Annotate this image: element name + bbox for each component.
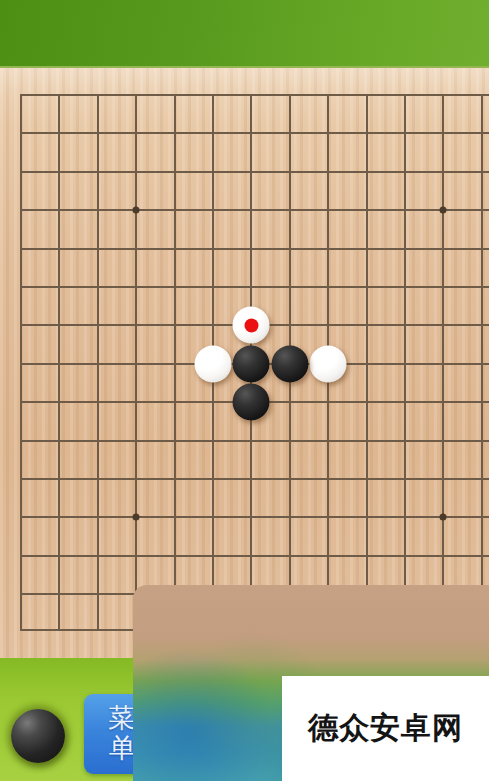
board-cell[interactable] [366,363,404,401]
white-stone: ○ [195,345,232,382]
board-cell[interactable] [97,555,135,593]
board-cell[interactable] [58,286,96,324]
black-stone: ● [271,345,308,382]
board-cell[interactable] [481,363,489,401]
board-cell[interactable] [250,516,288,554]
board-cell[interactable] [404,132,442,170]
board-cell[interactable] [97,516,135,554]
board-cell[interactable] [135,478,173,516]
board-cell[interactable] [404,209,442,247]
board-cell[interactable] [58,171,96,209]
board-cell[interactable] [97,324,135,362]
title-bar [0,0,489,68]
board-cell[interactable] [174,209,212,247]
board-cell[interactable] [289,209,327,247]
board-cell[interactable] [442,286,480,324]
board-cell[interactable] [366,132,404,170]
board-cell[interactable] [174,516,212,554]
watermark-box: 德众安卓网 [282,676,489,781]
board-cell[interactable] [289,171,327,209]
board-cell[interactable] [404,478,442,516]
board-cell[interactable] [135,286,173,324]
board-cell[interactable] [289,132,327,170]
board-cell[interactable] [481,478,489,516]
star-point [440,514,447,521]
board-cell[interactable] [135,324,173,362]
board-cell[interactable] [135,132,173,170]
board-cell[interactable] [442,248,480,286]
star-point [440,207,447,214]
board-cell[interactable] [212,209,250,247]
board-cell[interactable] [442,171,480,209]
board-cell[interactable] [250,248,288,286]
board-cell[interactable] [20,132,58,170]
board-cell[interactable] [135,171,173,209]
board-cell[interactable] [366,171,404,209]
board-cell[interactable] [174,248,212,286]
board-cell[interactable] [58,555,96,593]
board-cell[interactable] [174,401,212,439]
board-cell[interactable] [404,440,442,478]
board-cell[interactable] [250,478,288,516]
board-cell[interactable] [20,209,58,247]
board-cell[interactable] [327,132,365,170]
board-cell[interactable] [20,363,58,401]
board-cell[interactable] [404,324,442,362]
white-stone: ○ [233,307,270,344]
board-cell[interactable] [174,171,212,209]
app-screen: ○○○●●● 菜单 德众安卓网 [0,0,489,781]
board-cell[interactable] [20,401,58,439]
board-cell[interactable] [58,324,96,362]
board-cell[interactable] [135,516,173,554]
board-cell[interactable] [20,94,58,132]
black-stone: ● [233,384,270,421]
board-cell[interactable] [481,132,489,170]
board-cell[interactable] [442,324,480,362]
board-cell[interactable] [58,94,96,132]
board-cell[interactable] [174,286,212,324]
star-point [133,514,140,521]
board-cell[interactable] [20,440,58,478]
board-cell[interactable] [58,209,96,247]
board-cell[interactable] [404,94,442,132]
board-cell[interactable] [404,401,442,439]
watermark-text: 德众安卓网 [308,708,463,749]
board-cell[interactable] [327,516,365,554]
board-cell[interactable] [481,440,489,478]
board-cell[interactable] [442,440,480,478]
board-cell[interactable] [327,171,365,209]
board-cell[interactable] [327,401,365,439]
board-cell[interactable] [327,94,365,132]
board-cell[interactable] [58,593,96,631]
board-cell[interactable] [20,324,58,362]
board-cell[interactable] [366,209,404,247]
board-cell[interactable] [481,171,489,209]
board-cell[interactable] [366,478,404,516]
board-cell[interactable] [97,593,135,631]
board-cell[interactable] [212,94,250,132]
board-cell[interactable] [289,94,327,132]
board-cell[interactable] [212,440,250,478]
board-cell[interactable] [442,132,480,170]
board-cell[interactable] [481,516,489,554]
board-cell[interactable] [404,171,442,209]
board-cell[interactable] [481,94,489,132]
board-cell[interactable] [20,555,58,593]
board-cell[interactable] [481,286,489,324]
board-cell[interactable] [366,248,404,286]
board-cell[interactable] [212,132,250,170]
board-cell[interactable] [250,94,288,132]
board-cell[interactable] [289,440,327,478]
board-cell[interactable] [174,478,212,516]
board-cell[interactable] [366,324,404,362]
board-cell[interactable] [20,171,58,209]
board-cell[interactable] [250,440,288,478]
board-cell[interactable] [97,94,135,132]
board-cell[interactable] [289,401,327,439]
board-cell[interactable] [289,478,327,516]
board-cell[interactable] [289,248,327,286]
board-cell[interactable] [327,440,365,478]
board-cell[interactable] [135,401,173,439]
board-cell[interactable] [58,363,96,401]
board-cell[interactable] [97,440,135,478]
board-cell[interactable] [20,248,58,286]
board-cell[interactable] [97,286,135,324]
board-cell[interactable] [481,248,489,286]
board-cell[interactable] [481,209,489,247]
board-cell[interactable] [20,593,58,631]
board-cell[interactable] [404,286,442,324]
star-point [133,207,140,214]
board-cell[interactable] [135,363,173,401]
board-cell[interactable] [58,440,96,478]
board-cell[interactable] [212,516,250,554]
board-cell[interactable] [404,516,442,554]
board-cell[interactable] [58,401,96,439]
board-cell[interactable] [327,286,365,324]
board-cell[interactable] [289,286,327,324]
board-cell[interactable] [250,209,288,247]
board-cell[interactable] [174,132,212,170]
board-cell[interactable] [135,440,173,478]
board-cell[interactable] [481,401,489,439]
board-cell[interactable] [442,94,480,132]
board-cell[interactable] [135,209,173,247]
board-cell[interactable] [442,478,480,516]
board-cell[interactable] [327,478,365,516]
board-cell[interactable] [289,516,327,554]
board-cell[interactable] [58,516,96,554]
board-cell[interactable] [404,363,442,401]
board-cell[interactable] [58,248,96,286]
board-cell[interactable] [97,209,135,247]
board-cell[interactable] [97,171,135,209]
board-cell[interactable] [20,516,58,554]
board-cell[interactable] [250,171,288,209]
board-cell[interactable] [97,248,135,286]
board-cell[interactable] [442,209,480,247]
board-cell[interactable] [327,209,365,247]
board-cell[interactable] [404,248,442,286]
board-cell[interactable] [135,248,173,286]
board-cell[interactable] [212,248,250,286]
board-cell[interactable] [97,132,135,170]
goban[interactable]: ○○○●●● [0,68,489,660]
board-cell[interactable] [20,478,58,516]
current-player-stone [11,709,65,763]
board-cell[interactable] [250,132,288,170]
board-cell[interactable] [135,94,173,132]
board-cell[interactable] [174,440,212,478]
board-cell[interactable] [327,248,365,286]
board-cell[interactable] [212,478,250,516]
board-cell[interactable] [442,363,480,401]
board-cell[interactable] [366,516,404,554]
board-cell[interactable] [366,94,404,132]
board-cell[interactable] [58,478,96,516]
black-stone: ● [233,345,270,382]
board-cell[interactable] [97,401,135,439]
board-cell[interactable] [174,94,212,132]
board-cell[interactable] [366,286,404,324]
board-cell[interactable] [481,324,489,362]
board-cell[interactable] [366,401,404,439]
board-cell[interactable] [20,286,58,324]
board-cell[interactable] [97,478,135,516]
white-stone: ○ [310,345,347,382]
board-cell[interactable] [97,363,135,401]
board-cell[interactable] [442,516,480,554]
board-cell[interactable] [442,401,480,439]
board-cell[interactable] [366,440,404,478]
board-cell[interactable] [58,132,96,170]
board-cell[interactable] [212,171,250,209]
last-move-marker [244,318,258,332]
